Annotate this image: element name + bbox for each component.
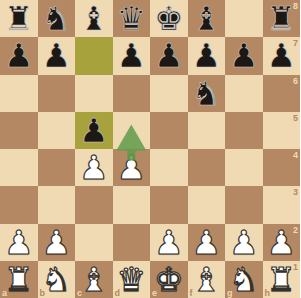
square-b4[interactable] bbox=[38, 149, 76, 186]
piece-white-king[interactable]: ♚ bbox=[150, 261, 188, 298]
piece-white-pawn[interactable]: ♟ bbox=[188, 224, 226, 261]
rank-label-4: 4 bbox=[293, 150, 298, 160]
square-d3[interactable] bbox=[113, 186, 151, 223]
square-f5[interactable] bbox=[188, 112, 226, 149]
square-a7[interactable]: ♟ bbox=[0, 37, 38, 74]
piece-black-knight[interactable]: ♞ bbox=[38, 0, 76, 37]
piece-black-pawn[interactable]: ♟ bbox=[263, 37, 301, 74]
piece-black-pawn[interactable]: ♟ bbox=[38, 37, 76, 74]
piece-white-pawn[interactable]: ♟ bbox=[75, 149, 113, 186]
square-h1[interactable]: ♜1h bbox=[263, 261, 301, 298]
square-h8[interactable]: ♜8 bbox=[263, 0, 301, 37]
rank-label-3: 3 bbox=[293, 187, 298, 197]
chess-board: ♜♞♝♛♚♝♜8♟♟♟♟♟♟♟7♞6♟5♟♟43♟♟♟♟♟♟2♜a♞b♝c♛d♚… bbox=[0, 0, 300, 298]
square-g7[interactable]: ♟ bbox=[225, 37, 263, 74]
square-c3[interactable] bbox=[75, 186, 113, 223]
square-b7[interactable]: ♟ bbox=[38, 37, 76, 74]
square-c2[interactable] bbox=[75, 224, 113, 261]
rank-label-5: 5 bbox=[293, 113, 298, 123]
square-b5[interactable] bbox=[38, 112, 76, 149]
square-e8[interactable]: ♚ bbox=[150, 0, 188, 37]
piece-white-rook[interactable]: ♜ bbox=[263, 261, 301, 298]
piece-white-pawn[interactable]: ♟ bbox=[38, 224, 76, 261]
piece-white-pawn[interactable]: ♟ bbox=[113, 149, 151, 186]
piece-white-bishop[interactable]: ♝ bbox=[75, 261, 113, 298]
square-a2[interactable]: ♟ bbox=[0, 224, 38, 261]
square-e3[interactable] bbox=[150, 186, 188, 223]
square-e7[interactable]: ♟ bbox=[150, 37, 188, 74]
piece-black-king[interactable]: ♚ bbox=[150, 0, 188, 37]
square-d5[interactable] bbox=[113, 112, 151, 149]
square-b1[interactable]: ♞b bbox=[38, 261, 76, 298]
piece-white-bishop[interactable]: ♝ bbox=[188, 261, 226, 298]
piece-black-pawn[interactable]: ♟ bbox=[75, 112, 113, 149]
piece-white-knight[interactable]: ♞ bbox=[225, 261, 263, 298]
square-d4[interactable]: ♟ bbox=[113, 149, 151, 186]
square-h7[interactable]: ♟7 bbox=[263, 37, 301, 74]
square-a6[interactable] bbox=[0, 75, 38, 112]
square-f4[interactable] bbox=[188, 149, 226, 186]
square-h3[interactable]: 3 bbox=[263, 186, 301, 223]
piece-black-pawn[interactable]: ♟ bbox=[113, 37, 151, 74]
square-c6[interactable] bbox=[75, 75, 113, 112]
piece-black-rook[interactable]: ♜ bbox=[263, 0, 301, 37]
square-f2[interactable]: ♟ bbox=[188, 224, 226, 261]
piece-black-pawn[interactable]: ♟ bbox=[150, 37, 188, 74]
square-e1[interactable]: ♚e bbox=[150, 261, 188, 298]
piece-black-queen[interactable]: ♛ bbox=[113, 0, 151, 37]
square-a1[interactable]: ♜a bbox=[0, 261, 38, 298]
square-f8[interactable]: ♝ bbox=[188, 0, 226, 37]
piece-black-pawn[interactable]: ♟ bbox=[188, 37, 226, 74]
square-f3[interactable] bbox=[188, 186, 226, 223]
piece-black-pawn[interactable]: ♟ bbox=[225, 37, 263, 74]
square-g1[interactable]: ♞g bbox=[225, 261, 263, 298]
piece-black-rook[interactable]: ♜ bbox=[0, 0, 38, 37]
square-g2[interactable]: ♟ bbox=[225, 224, 263, 261]
piece-black-bishop[interactable]: ♝ bbox=[188, 0, 226, 37]
piece-black-knight[interactable]: ♞ bbox=[188, 75, 226, 112]
square-b3[interactable] bbox=[38, 186, 76, 223]
square-a5[interactable] bbox=[0, 112, 38, 149]
square-d7[interactable]: ♟ bbox=[113, 37, 151, 74]
piece-white-pawn[interactable]: ♟ bbox=[225, 224, 263, 261]
square-e6[interactable] bbox=[150, 75, 188, 112]
square-h2[interactable]: ♟2 bbox=[263, 224, 301, 261]
square-f7[interactable]: ♟ bbox=[188, 37, 226, 74]
square-b2[interactable]: ♟ bbox=[38, 224, 76, 261]
square-h6[interactable]: 6 bbox=[263, 75, 301, 112]
piece-white-pawn[interactable]: ♟ bbox=[150, 224, 188, 261]
piece-white-pawn[interactable]: ♟ bbox=[263, 224, 301, 261]
square-f6[interactable]: ♞ bbox=[188, 75, 226, 112]
square-a4[interactable] bbox=[0, 149, 38, 186]
square-c7[interactable] bbox=[75, 37, 113, 74]
square-g6[interactable] bbox=[225, 75, 263, 112]
square-a8[interactable]: ♜ bbox=[0, 0, 38, 37]
piece-black-pawn[interactable]: ♟ bbox=[0, 37, 38, 74]
square-f1[interactable]: ♝f bbox=[188, 261, 226, 298]
square-c4[interactable]: ♟ bbox=[75, 149, 113, 186]
square-g8[interactable] bbox=[225, 0, 263, 37]
square-b6[interactable] bbox=[38, 75, 76, 112]
piece-black-bishop[interactable]: ♝ bbox=[75, 0, 113, 37]
piece-white-rook[interactable]: ♜ bbox=[0, 261, 38, 298]
piece-white-queen[interactable]: ♛ bbox=[113, 261, 151, 298]
square-g5[interactable] bbox=[225, 112, 263, 149]
square-h5[interactable]: 5 bbox=[263, 112, 301, 149]
square-c5[interactable]: ♟ bbox=[75, 112, 113, 149]
square-c1[interactable]: ♝c bbox=[75, 261, 113, 298]
square-h4[interactable]: 4 bbox=[263, 149, 301, 186]
square-b8[interactable]: ♞ bbox=[38, 0, 76, 37]
rank-label-6: 6 bbox=[293, 76, 298, 86]
square-e4[interactable] bbox=[150, 149, 188, 186]
square-c8[interactable]: ♝ bbox=[75, 0, 113, 37]
chess-app-window: ♜♞♝♛♚♝♜8♟♟♟♟♟♟♟7♞6♟5♟♟43♟♟♟♟♟♟2♜a♞b♝c♛d♚… bbox=[0, 0, 300, 298]
square-d1[interactable]: ♛d bbox=[113, 261, 151, 298]
square-d8[interactable]: ♛ bbox=[113, 0, 151, 37]
square-d6[interactable] bbox=[113, 75, 151, 112]
square-a3[interactable] bbox=[0, 186, 38, 223]
square-e5[interactable] bbox=[150, 112, 188, 149]
piece-white-pawn[interactable]: ♟ bbox=[0, 224, 38, 261]
square-g3[interactable] bbox=[225, 186, 263, 223]
square-e2[interactable]: ♟ bbox=[150, 224, 188, 261]
square-d2[interactable] bbox=[113, 224, 151, 261]
square-g4[interactable] bbox=[225, 149, 263, 186]
piece-white-knight[interactable]: ♞ bbox=[38, 261, 76, 298]
